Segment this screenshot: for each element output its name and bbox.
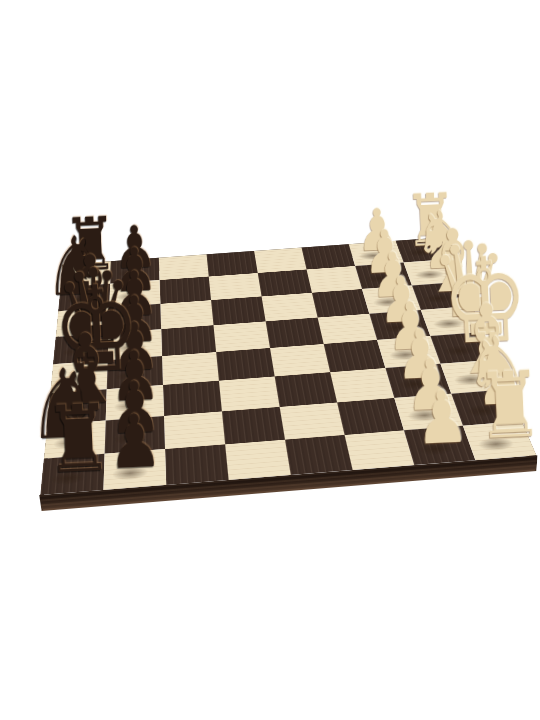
square-d7: ♟ xyxy=(108,329,162,360)
piece-shadow xyxy=(63,270,102,284)
square-g8: ♞ xyxy=(44,420,106,458)
piece-shadow xyxy=(112,266,150,280)
square-e6 xyxy=(162,352,219,385)
piece-shadow xyxy=(417,291,461,306)
piece-shadow xyxy=(458,401,510,421)
square-e5 xyxy=(216,348,275,381)
chess-board: ♜♟♟♜♞♟♟♞♝♟♟♝♛♟♟♛♚♟♟♚♝♟♟♝♞♟♟♞♜♟♟♜ xyxy=(40,237,536,494)
board-scene: ♜♟♟♜♞♟♟♞♝♟♟♝♛♟♟♛♚♟♟♚♝♟♟♝♞♟♟♞♜♟♟♜ xyxy=(45,123,495,573)
square-e3 xyxy=(324,340,386,372)
square-f3 xyxy=(330,368,394,402)
square-g1: ♞ xyxy=(451,389,521,425)
piece-shadow xyxy=(400,406,451,426)
piece-shadow xyxy=(470,434,524,455)
piece-shadow xyxy=(112,289,152,304)
piece-shadow xyxy=(107,428,154,448)
piece-shadow xyxy=(374,320,419,336)
square-f2: ♟ xyxy=(385,364,451,398)
piece-shadow xyxy=(409,268,452,282)
square-f5 xyxy=(219,376,280,411)
piece-shadow xyxy=(58,317,100,333)
piece-shadow xyxy=(50,401,96,420)
piece-shadow xyxy=(111,313,152,329)
piece-shadow xyxy=(446,371,496,389)
piece-shadow xyxy=(353,249,394,263)
square-f6 xyxy=(163,381,222,416)
square-d3 xyxy=(318,314,378,344)
piece-shadow xyxy=(108,397,153,416)
square-c1: ♝ xyxy=(412,282,472,310)
square-e2: ♟ xyxy=(377,336,440,368)
chess-set-photo: ♜♟♟♜♞♟♟♞♝♟♟♝♛♟♟♛♚♟♟♚♝♟♟♝♞♟♟♞♜♟♟♜ xyxy=(0,0,540,720)
piece-shadow xyxy=(109,367,153,385)
square-c4 xyxy=(262,293,318,322)
square-h4 xyxy=(285,435,353,475)
piece-shadow xyxy=(382,346,429,363)
square-b3 xyxy=(307,266,362,293)
square-g4 xyxy=(280,402,345,439)
piece-shadow xyxy=(106,463,155,485)
square-g3 xyxy=(337,398,404,435)
piece-shadow xyxy=(400,246,441,260)
square-d2: ♟ xyxy=(369,310,430,340)
square-h3 xyxy=(345,430,415,470)
square-d4 xyxy=(266,318,324,348)
square-h1: ♜ xyxy=(463,421,537,460)
piece-shadow xyxy=(426,316,472,332)
piece-shadow xyxy=(56,343,99,360)
square-f8: ♝ xyxy=(47,389,107,425)
square-e8: ♚ xyxy=(50,360,107,393)
square-f4 xyxy=(275,372,337,407)
square-d1: ♛ xyxy=(421,306,483,336)
piece-shadow xyxy=(47,433,95,454)
square-c3 xyxy=(312,289,369,317)
piece-shadow xyxy=(43,467,93,489)
square-e7: ♟ xyxy=(107,356,163,389)
square-c7: ♟ xyxy=(109,304,162,333)
square-g6 xyxy=(164,411,225,449)
piece-shadow xyxy=(110,339,152,356)
square-g7: ♟ xyxy=(105,416,165,454)
square-c5 xyxy=(211,296,266,325)
square-g5 xyxy=(222,407,285,444)
square-d8: ♛ xyxy=(53,333,108,364)
piece-shadow xyxy=(367,295,411,310)
piece-shadow xyxy=(360,271,402,285)
square-d6 xyxy=(161,325,216,356)
piece-shadow xyxy=(53,371,97,389)
piece-shadow xyxy=(410,439,463,460)
square-c2: ♟ xyxy=(362,285,421,313)
piece-shadow xyxy=(391,375,440,393)
square-d5 xyxy=(213,321,270,352)
square-h7: ♟ xyxy=(103,449,166,490)
square-h5 xyxy=(225,440,291,480)
square-h8: ♜ xyxy=(40,454,104,495)
piece-shadow xyxy=(436,342,484,359)
square-h6 xyxy=(165,444,229,485)
square-e4 xyxy=(270,344,330,376)
square-f7: ♟ xyxy=(106,385,164,420)
piece-shadow xyxy=(61,293,101,308)
